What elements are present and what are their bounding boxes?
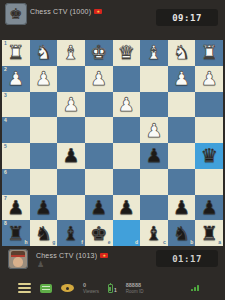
black-pawn: ♟ [118, 198, 135, 217]
square-c4[interactable]: ♟ [140, 117, 168, 143]
square-b4[interactable] [168, 117, 196, 143]
square-b5[interactable] [168, 143, 196, 169]
room-stat: 88888 Room ID [126, 282, 144, 293]
square-a2[interactable]: ♟ [195, 66, 223, 92]
black-bishop: ♝ [63, 224, 80, 243]
file-label: d [135, 240, 138, 245]
black-king: ♚ [90, 224, 107, 243]
rank-label: 2 [4, 67, 7, 72]
top-player-avatar[interactable]: ♚ [5, 3, 27, 25]
square-h3[interactable]: 3 [2, 92, 30, 118]
file-label: h [25, 240, 28, 245]
square-a3[interactable] [195, 92, 223, 118]
square-d3[interactable]: ♟ [113, 92, 141, 118]
square-f5[interactable]: ♟ [57, 143, 85, 169]
square-d2[interactable] [113, 66, 141, 92]
captured-pieces-tray: ♟ [37, 261, 44, 269]
file-label: a [218, 240, 221, 245]
square-g7[interactable]: ♟ [30, 195, 58, 221]
black-pawn: ♟ [173, 198, 190, 217]
square-b7[interactable]: ♟ [168, 195, 196, 221]
rank-label: 8 [4, 221, 7, 226]
square-h8[interactable]: 8h♜ [2, 220, 30, 246]
top-player-name: Chess CTV (1000) [30, 8, 91, 15]
square-h2[interactable]: 2♟ [2, 66, 30, 92]
black-pawn: ♟ [201, 198, 218, 217]
square-d6[interactable] [113, 169, 141, 195]
square-c8[interactable]: c♝ [140, 220, 168, 246]
file-label: e [108, 240, 111, 245]
square-f3[interactable]: ♟ [57, 92, 85, 118]
black-bishop: ♝ [145, 224, 162, 243]
square-b2[interactable]: ♟ [168, 66, 196, 92]
square-g5[interactable] [30, 143, 58, 169]
chess-board[interactable]: 1♜♞♝♚♛♝♞♜2♟♟♟♟♟3♟♟4♟5♟♟♛67♟♟♟♟♟♟8h♜g♞f♝e… [2, 40, 223, 246]
square-h5[interactable]: 5 [2, 143, 30, 169]
black-knight: ♞ [35, 224, 52, 243]
white-pawn: ♟ [145, 121, 162, 140]
square-g8[interactable]: g♞ [30, 220, 58, 246]
square-a8[interactable]: a♜ [195, 220, 223, 246]
square-g1[interactable]: ♞ [30, 40, 58, 66]
square-g4[interactable] [30, 117, 58, 143]
square-e1[interactable]: ♚ [85, 40, 113, 66]
white-knight: ♞ [35, 43, 52, 62]
white-knight: ♞ [173, 43, 190, 62]
white-pawn: ♟ [90, 69, 107, 88]
square-g2[interactable]: ♟ [30, 66, 58, 92]
bottom-player-avatar[interactable] [8, 249, 28, 269]
square-d7[interactable]: ♟ [113, 195, 141, 221]
rank-label: 7 [4, 196, 7, 201]
top-player-clock: 09:17 [156, 9, 218, 26]
square-c5[interactable]: ♟ [140, 143, 168, 169]
viewers-eye-icon [61, 284, 74, 292]
square-c2[interactable] [140, 66, 168, 92]
square-h7[interactable]: 7♟ [2, 195, 30, 221]
vietnam-flag-icon: ★ [94, 9, 102, 15]
white-pawn: ♟ [63, 95, 80, 114]
viewers-label: Viewers [83, 289, 99, 294]
square-e6[interactable] [85, 169, 113, 195]
chat-icon[interactable] [40, 284, 52, 293]
square-a6[interactable] [195, 169, 223, 195]
black-pawn: ♟ [90, 198, 107, 217]
square-d5[interactable] [113, 143, 141, 169]
viewers-stat: 0 Viewers [83, 282, 99, 293]
vietnam-flag-icon: ★ [100, 253, 108, 259]
black-rook: ♜ [7, 224, 24, 243]
rank-label: 5 [4, 144, 7, 149]
bottom-player-clock: 01:17 [156, 250, 218, 267]
black-pawn: ♟ [63, 146, 80, 165]
white-pawn: ♟ [7, 69, 24, 88]
white-rook: ♜ [201, 43, 218, 62]
file-label: f [81, 240, 83, 245]
battery-count: 1 [114, 287, 117, 293]
square-b3[interactable] [168, 92, 196, 118]
black-queen: ♛ [201, 146, 218, 165]
square-c3[interactable] [140, 92, 168, 118]
square-c1[interactable]: ♝ [140, 40, 168, 66]
square-g3[interactable] [30, 92, 58, 118]
square-e4[interactable] [85, 117, 113, 143]
black-pawn: ♟ [145, 146, 162, 165]
square-f7[interactable] [57, 195, 85, 221]
square-b6[interactable] [168, 169, 196, 195]
white-bishop: ♝ [145, 43, 162, 62]
file-label: b [190, 240, 193, 245]
square-e3[interactable] [85, 92, 113, 118]
square-a4[interactable] [195, 117, 223, 143]
white-bishop: ♝ [63, 43, 80, 62]
white-pawn: ♟ [35, 69, 52, 88]
menu-icon[interactable] [18, 283, 31, 293]
square-a1[interactable]: ♜ [195, 40, 223, 66]
black-rook: ♜ [201, 224, 218, 243]
connection-signal-icon [191, 285, 199, 292]
bottom-toolbar: 0 Viewers 1 88888 Room ID [0, 276, 225, 300]
battery-indicator: 1 [108, 284, 117, 293]
square-f6[interactable] [57, 169, 85, 195]
flag-star: ★ [96, 10, 100, 14]
battery-icon [108, 284, 113, 293]
square-d1[interactable]: ♛ [113, 40, 141, 66]
white-queen: ♛ [118, 43, 135, 62]
square-h4[interactable]: 4 [2, 117, 30, 143]
square-e8[interactable]: e♚ [85, 220, 113, 246]
avatar-king-icon: ♚ [9, 7, 22, 22]
rank-label: 3 [4, 93, 7, 98]
avatar-face [13, 257, 23, 267]
square-c6[interactable] [140, 169, 168, 195]
room-label: Room ID [126, 289, 144, 294]
square-d4[interactable] [113, 117, 141, 143]
square-h1[interactable]: 1♜ [2, 40, 30, 66]
square-h6[interactable]: 6 [2, 169, 30, 195]
white-pawn: ♟ [173, 69, 190, 88]
square-d8[interactable]: d [113, 220, 141, 246]
square-f2[interactable] [57, 66, 85, 92]
square-b8[interactable]: b♞ [168, 220, 196, 246]
white-pawn: ♟ [201, 69, 218, 88]
square-e2[interactable]: ♟ [85, 66, 113, 92]
rank-label: 6 [4, 170, 7, 175]
square-a5[interactable]: ♛ [195, 143, 223, 169]
black-knight: ♞ [173, 224, 190, 243]
flag-star: ★ [102, 254, 106, 258]
square-g6[interactable] [30, 169, 58, 195]
rank-label: 1 [4, 41, 7, 46]
white-rook: ♜ [7, 43, 24, 62]
square-e5[interactable] [85, 143, 113, 169]
square-f8[interactable]: f♝ [57, 220, 85, 246]
file-label: c [163, 240, 166, 245]
square-a7[interactable]: ♟ [195, 195, 223, 221]
square-c7[interactable] [140, 195, 168, 221]
black-pawn: ♟ [35, 198, 52, 217]
square-e7[interactable]: ♟ [85, 195, 113, 221]
white-king: ♚ [90, 43, 107, 62]
square-f4[interactable] [57, 117, 85, 143]
rank-label: 4 [4, 118, 7, 123]
file-label: g [52, 240, 55, 245]
square-f1[interactable]: ♝ [57, 40, 85, 66]
bottom-player-name: Chess CTV (1013) [36, 252, 97, 259]
square-b1[interactable]: ♞ [168, 40, 196, 66]
black-pawn: ♟ [7, 198, 24, 217]
white-pawn: ♟ [118, 95, 135, 114]
